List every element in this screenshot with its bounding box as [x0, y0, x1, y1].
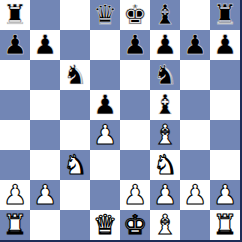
piece-black-knight: ♞: [63, 60, 87, 90]
square-d6[interactable]: [90, 60, 120, 90]
square-f8[interactable]: ♝: [150, 0, 180, 30]
piece-black-queen: ♛: [93, 0, 117, 30]
piece-black-pawn: ♟: [123, 30, 147, 60]
piece-black-pawn: ♟: [93, 90, 117, 120]
square-d7[interactable]: [90, 30, 120, 60]
square-c6[interactable]: ♞: [60, 60, 90, 90]
square-g3[interactable]: [180, 150, 210, 180]
piece-white-queen: ♛: [93, 210, 117, 240]
square-f1[interactable]: ♝: [150, 210, 180, 240]
square-c5[interactable]: [60, 90, 90, 120]
square-d1[interactable]: ♛: [90, 210, 120, 240]
square-g6[interactable]: [180, 60, 210, 90]
square-d4[interactable]: ♟: [90, 120, 120, 150]
piece-black-pawn: ♟: [153, 30, 177, 60]
square-b6[interactable]: [30, 60, 60, 90]
piece-white-rook: ♜: [3, 210, 27, 240]
piece-white-pawn: ♟: [213, 180, 237, 210]
square-e7[interactable]: ♟: [120, 30, 150, 60]
square-f3[interactable]: ♞: [150, 150, 180, 180]
piece-white-pawn: ♟: [3, 180, 27, 210]
piece-black-bishop: ♝: [153, 0, 177, 30]
square-g8[interactable]: [180, 0, 210, 30]
square-c1[interactable]: [60, 210, 90, 240]
square-f5[interactable]: ♝: [150, 90, 180, 120]
square-c3[interactable]: ♞: [60, 150, 90, 180]
square-e5[interactable]: [120, 90, 150, 120]
piece-black-pawn: ♟: [183, 30, 207, 60]
piece-white-knight: ♞: [153, 150, 177, 180]
piece-black-bishop: ♝: [153, 90, 177, 120]
piece-black-pawn: ♟: [213, 30, 237, 60]
square-e2[interactable]: ♟: [120, 180, 150, 210]
square-a6[interactable]: [0, 60, 30, 90]
square-e8[interactable]: ♚: [120, 0, 150, 30]
piece-black-rook: ♜: [213, 0, 237, 30]
square-h6[interactable]: [210, 60, 240, 90]
square-b5[interactable]: [30, 90, 60, 120]
square-d5[interactable]: ♟: [90, 90, 120, 120]
square-f2[interactable]: ♟: [150, 180, 180, 210]
square-f4[interactable]: ♝: [150, 120, 180, 150]
square-g5[interactable]: [180, 90, 210, 120]
piece-black-pawn: ♟: [3, 30, 27, 60]
square-h1[interactable]: ♜: [210, 210, 240, 240]
square-a3[interactable]: [0, 150, 30, 180]
square-f7[interactable]: ♟: [150, 30, 180, 60]
square-e4[interactable]: [120, 120, 150, 150]
piece-white-rook: ♜: [213, 210, 237, 240]
square-e3[interactable]: [120, 150, 150, 180]
square-c4[interactable]: [60, 120, 90, 150]
square-g7[interactable]: ♟: [180, 30, 210, 60]
square-f6[interactable]: ♞: [150, 60, 180, 90]
piece-white-pawn: ♟: [153, 180, 177, 210]
square-d8[interactable]: ♛: [90, 0, 120, 30]
square-h5[interactable]: [210, 90, 240, 120]
square-b7[interactable]: ♟: [30, 30, 60, 60]
square-a7[interactable]: ♟: [0, 30, 30, 60]
piece-black-rook: ♜: [3, 0, 27, 30]
chess-board: ♜♛♚♝♜♟♟♟♟♟♟♞♞♟♝♟♝♞♞♟♟♟♟♟♟♜♛♚♝♜: [0, 0, 242, 242]
square-h4[interactable]: [210, 120, 240, 150]
square-c7[interactable]: [60, 30, 90, 60]
square-h7[interactable]: ♟: [210, 30, 240, 60]
square-a2[interactable]: ♟: [0, 180, 30, 210]
piece-white-bishop: ♝: [153, 120, 177, 150]
piece-white-pawn: ♟: [183, 180, 207, 210]
piece-white-bishop: ♝: [153, 210, 177, 240]
piece-white-knight: ♞: [63, 150, 87, 180]
square-g2[interactable]: ♟: [180, 180, 210, 210]
square-a8[interactable]: ♜: [0, 0, 30, 30]
square-b8[interactable]: [30, 0, 60, 30]
square-d2[interactable]: [90, 180, 120, 210]
piece-white-pawn: ♟: [123, 180, 147, 210]
square-a1[interactable]: ♜: [0, 210, 30, 240]
square-e6[interactable]: [120, 60, 150, 90]
piece-white-king: ♚: [123, 210, 147, 240]
square-d3[interactable]: [90, 150, 120, 180]
square-c2[interactable]: [60, 180, 90, 210]
square-g4[interactable]: [180, 120, 210, 150]
square-b4[interactable]: [30, 120, 60, 150]
square-b2[interactable]: ♟: [30, 180, 60, 210]
piece-black-knight: ♞: [153, 60, 177, 90]
square-a4[interactable]: [0, 120, 30, 150]
square-h2[interactable]: ♟: [210, 180, 240, 210]
square-a5[interactable]: [0, 90, 30, 120]
square-b3[interactable]: [30, 150, 60, 180]
square-g1[interactable]: [180, 210, 210, 240]
square-e1[interactable]: ♚: [120, 210, 150, 240]
piece-black-pawn: ♟: [33, 30, 57, 60]
piece-white-pawn: ♟: [93, 120, 117, 150]
square-h8[interactable]: ♜: [210, 0, 240, 30]
square-h3[interactable]: [210, 150, 240, 180]
square-b1[interactable]: [30, 210, 60, 240]
piece-white-pawn: ♟: [33, 180, 57, 210]
piece-black-king: ♚: [123, 0, 147, 30]
square-c8[interactable]: [60, 0, 90, 30]
